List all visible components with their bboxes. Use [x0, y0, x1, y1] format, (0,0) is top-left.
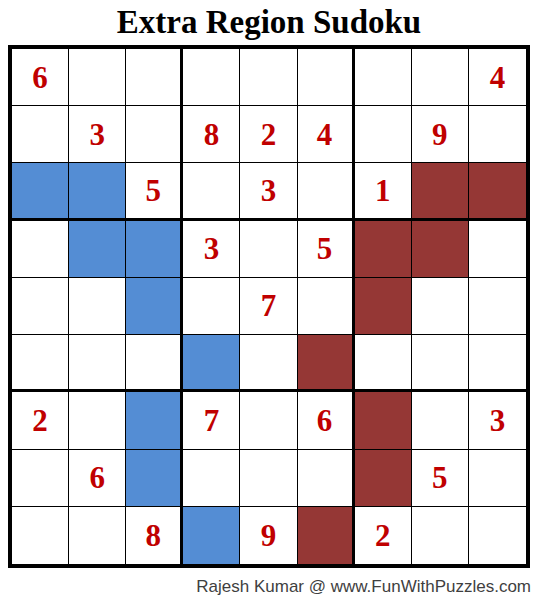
cell-r4c4[interactable]: 3	[183, 221, 240, 278]
cell-r5c8[interactable]	[412, 278, 469, 335]
cell-r6c1[interactable]	[12, 335, 69, 392]
cell-r3c5[interactable]: 3	[240, 163, 297, 220]
cell-r1c3[interactable]	[126, 49, 183, 106]
cell-r1c2[interactable]	[69, 49, 126, 106]
cell-r8c7[interactable]	[355, 450, 412, 507]
given-digit: 3	[261, 175, 277, 206]
cell-r1c9[interactable]: 4	[469, 49, 526, 106]
credit-line: Rajesh Kumar @ www.FunWithPuzzles.com	[0, 577, 531, 597]
given-digit: 6	[89, 462, 105, 493]
cell-r8c5[interactable]	[240, 450, 297, 507]
given-digit: 3	[490, 405, 506, 436]
given-digit: 5	[432, 462, 448, 493]
cell-r9c5[interactable]: 9	[240, 507, 297, 564]
given-digit: 4	[490, 62, 506, 93]
cell-r5c9[interactable]	[469, 278, 526, 335]
cell-r8c4[interactable]	[183, 450, 240, 507]
cell-r8c3[interactable]	[126, 450, 183, 507]
page-title: Extra Region Sudoku	[0, 0, 538, 44]
cell-r8c1[interactable]	[12, 450, 69, 507]
cell-r2c2[interactable]: 3	[69, 106, 126, 163]
cell-r7c6[interactable]: 6	[298, 392, 355, 449]
cell-r9c3[interactable]: 8	[126, 507, 183, 564]
cell-r2c6[interactable]: 4	[298, 106, 355, 163]
given-digit: 3	[89, 119, 105, 150]
cell-r3c4[interactable]	[183, 163, 240, 220]
cell-r7c7[interactable]	[355, 392, 412, 449]
sudoku-grid: 6438249531357276365892	[8, 45, 530, 568]
cell-r8c9[interactable]	[469, 450, 526, 507]
cell-r7c3[interactable]	[126, 392, 183, 449]
cell-r8c2[interactable]: 6	[69, 450, 126, 507]
cell-r4c5[interactable]	[240, 221, 297, 278]
cell-r6c8[interactable]	[412, 335, 469, 392]
cell-r9c1[interactable]	[12, 507, 69, 564]
cell-r2c7[interactable]	[355, 106, 412, 163]
cell-r5c6[interactable]	[298, 278, 355, 335]
cell-r9c6[interactable]	[298, 507, 355, 564]
cell-r4c1[interactable]	[12, 221, 69, 278]
given-digit: 2	[32, 405, 48, 436]
cell-r4c7[interactable]	[355, 221, 412, 278]
cell-r3c2[interactable]	[69, 163, 126, 220]
cell-r7c2[interactable]	[69, 392, 126, 449]
given-digit: 9	[261, 520, 277, 551]
given-digit: 5	[317, 233, 333, 264]
cell-r4c9[interactable]	[469, 221, 526, 278]
given-digit: 4	[317, 119, 333, 150]
cell-r5c7[interactable]	[355, 278, 412, 335]
cell-r4c6[interactable]: 5	[298, 221, 355, 278]
cell-r3c9[interactable]	[469, 163, 526, 220]
cell-r6c6[interactable]	[298, 335, 355, 392]
cell-r3c3[interactable]: 5	[126, 163, 183, 220]
cell-r2c8[interactable]: 9	[412, 106, 469, 163]
given-digit: 7	[261, 290, 277, 321]
cell-r2c9[interactable]	[469, 106, 526, 163]
cell-r6c2[interactable]	[69, 335, 126, 392]
cell-r3c8[interactable]	[412, 163, 469, 220]
cell-r3c1[interactable]	[12, 163, 69, 220]
given-digit: 2	[375, 520, 391, 551]
cell-r4c3[interactable]	[126, 221, 183, 278]
given-digit: 6	[32, 62, 48, 93]
cell-r7c8[interactable]	[412, 392, 469, 449]
cell-r3c7[interactable]: 1	[355, 163, 412, 220]
cell-r2c5[interactable]: 2	[240, 106, 297, 163]
cell-r9c2[interactable]	[69, 507, 126, 564]
given-digit: 1	[375, 175, 391, 206]
cell-r2c3[interactable]	[126, 106, 183, 163]
cell-r7c9[interactable]: 3	[469, 392, 526, 449]
cell-r6c9[interactable]	[469, 335, 526, 392]
given-digit: 2	[261, 119, 277, 150]
cell-r7c1[interactable]: 2	[12, 392, 69, 449]
given-digit: 9	[432, 119, 448, 150]
cell-r8c8[interactable]: 5	[412, 450, 469, 507]
cell-r9c8[interactable]	[412, 507, 469, 564]
given-digit: 8	[204, 119, 220, 150]
cell-r5c1[interactable]	[12, 278, 69, 335]
cell-r2c1[interactable]	[12, 106, 69, 163]
cell-r7c5[interactable]	[240, 392, 297, 449]
given-digit: 5	[146, 175, 162, 206]
cell-r1c4[interactable]	[183, 49, 240, 106]
cell-r2c4[interactable]: 8	[183, 106, 240, 163]
cell-r5c3[interactable]	[126, 278, 183, 335]
cell-r5c2[interactable]	[69, 278, 126, 335]
cell-r6c4[interactable]	[183, 335, 240, 392]
cell-r4c8[interactable]	[412, 221, 469, 278]
given-digit: 8	[146, 520, 162, 551]
cell-r1c8[interactable]	[412, 49, 469, 106]
cell-r6c3[interactable]	[126, 335, 183, 392]
cell-r1c6[interactable]	[298, 49, 355, 106]
given-digit: 3	[204, 233, 220, 264]
cell-r7c4[interactable]: 7	[183, 392, 240, 449]
cell-r1c1[interactable]: 6	[12, 49, 69, 106]
cell-r1c7[interactable]	[355, 49, 412, 106]
cell-r9c4[interactable]	[183, 507, 240, 564]
given-digit: 7	[204, 405, 220, 436]
cell-r8c6[interactable]	[298, 450, 355, 507]
cell-r9c7[interactable]: 2	[355, 507, 412, 564]
cell-r6c5[interactable]	[240, 335, 297, 392]
cell-r3c6[interactable]	[298, 163, 355, 220]
cell-r5c4[interactable]	[183, 278, 240, 335]
cell-r9c9[interactable]	[469, 507, 526, 564]
cell-r6c7[interactable]	[355, 335, 412, 392]
cell-r1c5[interactable]	[240, 49, 297, 106]
given-digit: 6	[317, 405, 333, 436]
cell-r5c5[interactable]: 7	[240, 278, 297, 335]
cell-r4c2[interactable]	[69, 221, 126, 278]
